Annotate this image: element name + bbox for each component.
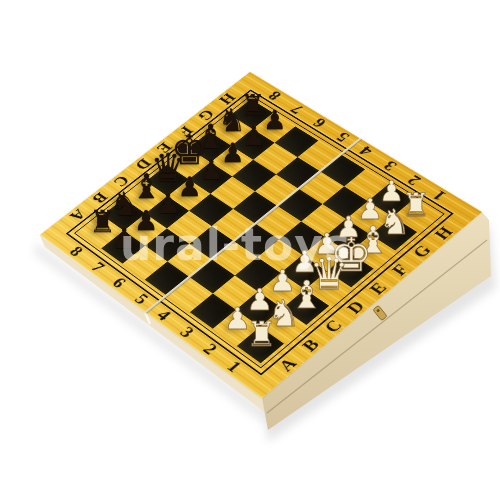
rank-label-left-7: 7 — [88, 259, 108, 274]
rank-label-left-8: 8 — [67, 244, 87, 259]
rank-label-left-6: 6 — [109, 275, 129, 291]
file-label-top-c: C — [110, 173, 132, 189]
file-label-top-e: E — [154, 140, 175, 155]
chess-set-photo: 88AA77BB66CC55DD44EE33FF22GG11HH ♜♟♞♟♝♟♚… — [0, 0, 500, 500]
file-label-top-a: A — [67, 207, 89, 223]
rank-label-right-5: 5 — [333, 130, 353, 144]
rank-label-right-3: 3 — [380, 158, 400, 173]
rank-label-right-7: 7 — [287, 102, 306, 116]
rank-label-right-2: 2 — [404, 173, 424, 188]
rank-label-left-4: 4 — [154, 307, 175, 323]
rank-label-right-1: 1 — [429, 188, 449, 203]
rank-label-left-1: 1 — [223, 358, 244, 375]
file-label-top-b: B — [89, 190, 110, 206]
rank-label-right-8: 8 — [265, 89, 284, 103]
file-label-top-d: D — [132, 156, 154, 172]
file-label-top-f: F — [175, 124, 196, 138]
file-label-top-h: H — [216, 91, 239, 107]
rank-label-right-4: 4 — [356, 144, 376, 159]
rank-label-left-2: 2 — [200, 341, 221, 358]
rank-label-left-5: 5 — [131, 291, 151, 307]
rank-label-right-6: 6 — [310, 116, 329, 130]
rank-label-left-3: 3 — [176, 324, 197, 340]
